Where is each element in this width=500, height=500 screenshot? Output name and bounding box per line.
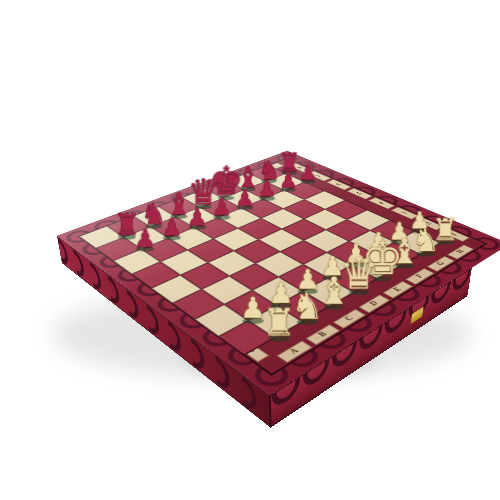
red-pawn-a7[interactable]: ♟ [128, 185, 161, 251]
piece-glyph: ♟ [134, 227, 156, 250]
piece-glyph: ♟ [235, 188, 255, 209]
brass-clasp[interactable] [410, 305, 424, 324]
piece-glyph: ♟ [187, 206, 208, 228]
cream-rook-a1[interactable]: ♜ [259, 261, 299, 341]
piece-glyph: ♜ [262, 305, 295, 340]
piece-glyph: ♟ [257, 179, 276, 200]
product-photo-scene: AABBCCDDEEFFGGHH8877665544332211 ♜♞♝♛♚♝♞… [0, 0, 500, 500]
piece-glyph: ♟ [212, 197, 232, 219]
piece-glyph: ♟ [161, 217, 183, 240]
